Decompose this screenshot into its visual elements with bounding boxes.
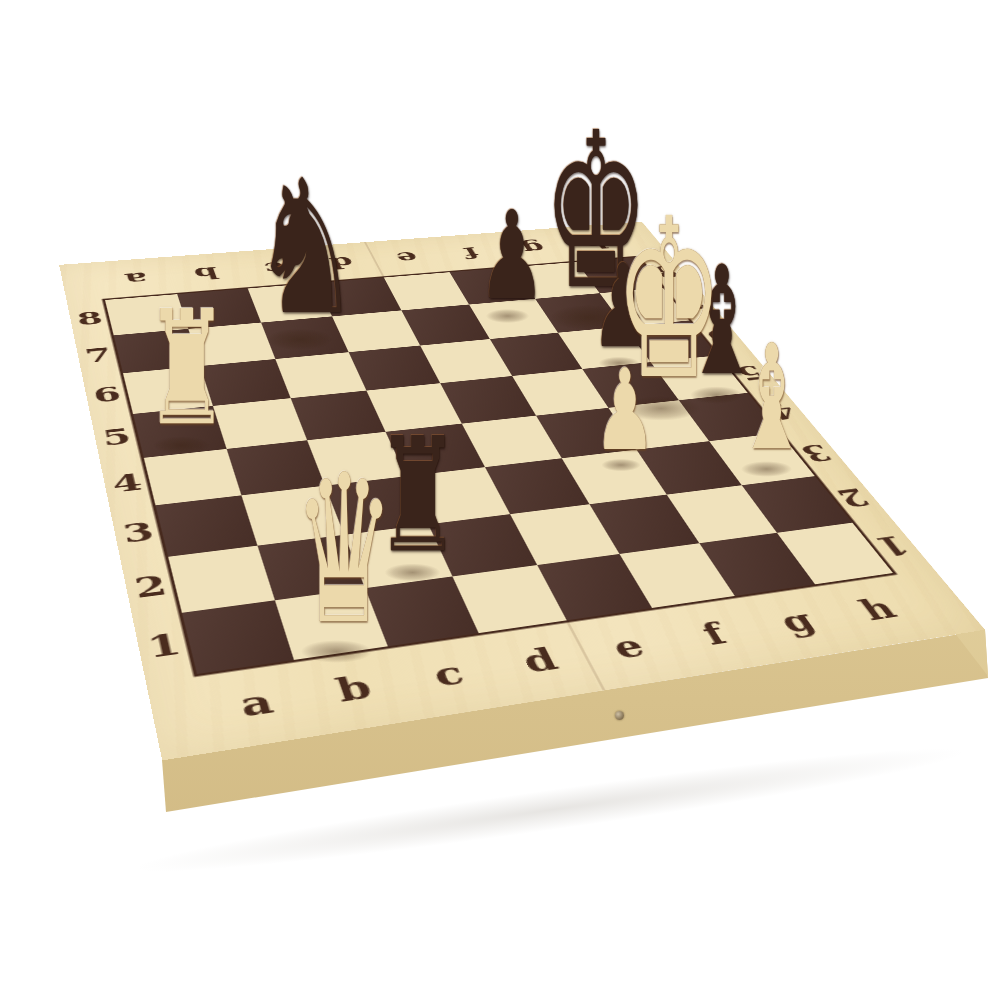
chess-board-photo: aabbccddeeffgghh8877665544332211 ♞♟♚♟♝♜♚… — [0, 0, 1000, 1000]
piece-white-queen-b1: ♛ — [293, 448, 394, 653]
pieces-layer: ♞♟♚♟♝♜♚♟♝♜♛ — [0, 0, 1000, 1000]
piece-white-rook-a5: ♜ — [145, 289, 230, 447]
piece-white-bishop-h3: ♝ — [736, 325, 809, 470]
piece-black-pawn-f7: ♟ — [478, 195, 546, 317]
piece-black-knight-c7: ♞ — [251, 156, 360, 341]
piece-white-pawn-f3: ♟ — [594, 354, 656, 466]
